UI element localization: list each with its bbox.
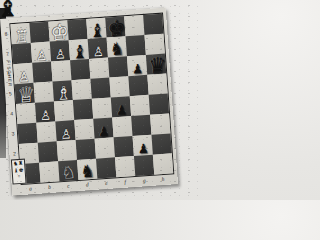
piece-wR-a8[interactable]: ♖ [15,28,28,45]
piece-bN-f7[interactable]: ♞ [110,40,124,58]
square-g6[interactable]: ♟ [127,55,147,76]
square-h7[interactable] [144,34,164,55]
square-h2[interactable] [151,133,171,154]
piece-bQ-h6[interactable]: ♛ [148,54,166,77]
board-grid: ♖♔♝♚♙♙♝♙♞♙♟♛♕♗♙♟♙♟♟♘♞ [9,13,174,185]
piece-bN-d1[interactable]: ♞ [81,162,95,180]
piece-bP-e3[interactable]: ♟ [99,125,110,139]
rank-label-5: 5 [6,90,14,97]
file-label-e: e [96,178,116,188]
piece-bB-d7[interactable]: ♝ [72,43,87,62]
square-c1[interactable]: ♘ [58,160,78,181]
square-e1[interactable] [96,157,116,178]
square-b2[interactable] [38,141,58,162]
square-f3[interactable] [112,116,132,137]
square-e8[interactable]: ♝ [86,18,106,39]
square-a6[interactable]: ♙ [13,63,33,84]
piece-bP-g2[interactable]: ♟ [138,142,149,156]
square-c5[interactable]: ♗ [53,80,73,101]
square-g2[interactable]: ♟ [133,135,153,156]
file-label-b: b [40,182,60,192]
file-label-g: g [134,176,154,186]
square-a5[interactable]: ♕ [15,83,35,104]
file-label-a: a [21,184,41,194]
logo-registered-mark: ® [13,174,25,179]
square-d2[interactable] [76,139,96,160]
piece-wP-b7[interactable]: ♙ [36,49,47,63]
rank-label-3: 3 [9,130,17,137]
board-corner-logo: ♞♜♝♚® [11,159,27,185]
square-a3[interactable] [17,123,37,144]
square-b7[interactable]: ♙ [31,42,51,63]
photo-scene: ♝ ♖♔♝♚♙♙♝♙♞♙♟♛♕♗♙♟♙♟♟♘♞ abcdefgh 8765432… [0,0,200,200]
square-f5[interactable] [109,76,129,97]
rank-label-4: 4 [7,110,15,117]
piece-wQ-a5[interactable]: ♕ [17,83,35,106]
square-b3[interactable] [36,121,56,142]
piece-bB-e8[interactable]: ♝ [90,21,105,40]
file-label-d: d [78,180,98,190]
square-b4[interactable]: ♙ [35,101,55,122]
square-d7[interactable]: ♝ [69,39,89,60]
rank-label-2: 2 [10,150,18,157]
square-e2[interactable] [95,137,115,158]
square-d4[interactable] [73,99,93,120]
square-f7[interactable]: ♞ [107,36,127,57]
rank-label-7: 7 [3,50,11,57]
square-g5[interactable] [128,75,148,96]
square-c8[interactable]: ♔ [48,20,68,41]
square-a8[interactable]: ♖ [10,23,30,44]
square-b6[interactable] [32,62,52,83]
piece-wK-c8[interactable]: ♔ [50,21,68,44]
piece-bP-g6[interactable]: ♟ [132,62,143,76]
square-b8[interactable] [29,22,49,43]
piece-wP-c3[interactable]: ♙ [61,127,72,141]
file-label-h: h [153,174,173,184]
square-g8[interactable] [124,15,144,36]
square-c2[interactable] [57,140,77,161]
square-c6[interactable] [51,60,71,81]
rank-label-8: 8 [2,30,10,37]
square-f8[interactable]: ♚ [105,16,125,37]
square-d5[interactable] [71,79,91,100]
file-label-c: c [59,181,79,191]
square-e5[interactable] [90,78,110,99]
square-f6[interactable] [108,56,128,77]
square-e6[interactable] [89,58,109,79]
square-e3[interactable]: ♟ [93,117,113,138]
square-g7[interactable] [126,35,146,56]
captured-black-bishop-offboard: ♝ [0,0,19,21]
piece-wP-e7[interactable]: ♙ [93,45,104,59]
square-h6[interactable]: ♛ [146,54,166,75]
piece-wP-c7[interactable]: ♙ [55,48,66,62]
square-f1[interactable] [115,156,135,177]
square-g4[interactable] [130,95,150,116]
square-d1[interactable]: ♞ [77,159,97,180]
piece-wN-c1[interactable]: ♘ [62,164,76,182]
square-c3[interactable]: ♙ [55,120,75,141]
square-h4[interactable] [149,93,169,114]
square-h8[interactable] [143,14,163,35]
square-b1[interactable] [39,161,59,182]
piece-wP-b4[interactable]: ♙ [40,109,51,123]
square-d3[interactable] [74,119,94,140]
square-e4[interactable] [92,97,112,118]
square-g3[interactable] [131,115,151,136]
square-h1[interactable] [153,153,173,174]
chess-board: ♖♔♝♚♙♙♝♙♞♙♟♛♕♗♙♟♙♟♟♘♞ abcdefgh 87654321 … [0,7,178,195]
piece-bK-f8[interactable]: ♚ [107,17,125,40]
piece-wB-c5[interactable]: ♗ [56,84,71,103]
square-b5[interactable] [34,81,54,102]
square-f4[interactable]: ♟ [111,96,131,117]
file-label-f: f [115,177,135,187]
piece-bP-f4[interactable]: ♟ [116,103,127,117]
square-h3[interactable] [150,113,170,134]
square-g1[interactable] [134,155,154,176]
square-d8[interactable] [67,19,87,40]
square-f2[interactable] [114,136,134,157]
